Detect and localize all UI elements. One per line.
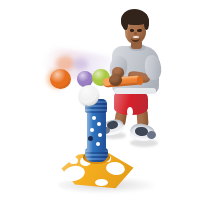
boy-bottom-fist [109, 74, 122, 86]
ghost-ball-purple [73, 58, 88, 70]
orange-ball [50, 69, 71, 89]
tee-dot-3 [90, 128, 94, 132]
product-photo-stage [0, 0, 198, 200]
tee-dot-4 [98, 133, 102, 137]
tee-dot-5 [96, 142, 100, 146]
smile-teeth [133, 36, 139, 38]
left-eye [130, 29, 134, 32]
tee-dot-1 [92, 116, 96, 120]
tee-dark-dot [88, 136, 93, 141]
right-eye [137, 29, 142, 32]
boy-hair-fringe [123, 12, 148, 25]
base-hole-bottom [95, 179, 108, 186]
shorts-crotch-gap [127, 107, 133, 117]
tee-dot-2 [97, 122, 101, 126]
base-hole-corner [69, 157, 78, 164]
white-ball-on-tee [79, 85, 99, 106]
right-shoe-toe [147, 131, 156, 139]
tshirt-hem [114, 88, 156, 94]
